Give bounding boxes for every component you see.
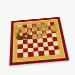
board-square[interactable] — [54, 50, 60, 55]
photo-stage: ♜♞♝♛♚♝♞♟♟♟♟♟♟ — [0, 0, 75, 75]
chess-piece[interactable]: ♟ — [40, 30, 48, 39]
chess-board-scene: ♜♞♝♛♚♝♞♟♟♟♟♟♟ — [2, 5, 73, 69]
chess-piece[interactable]: ♞ — [49, 23, 59, 34]
